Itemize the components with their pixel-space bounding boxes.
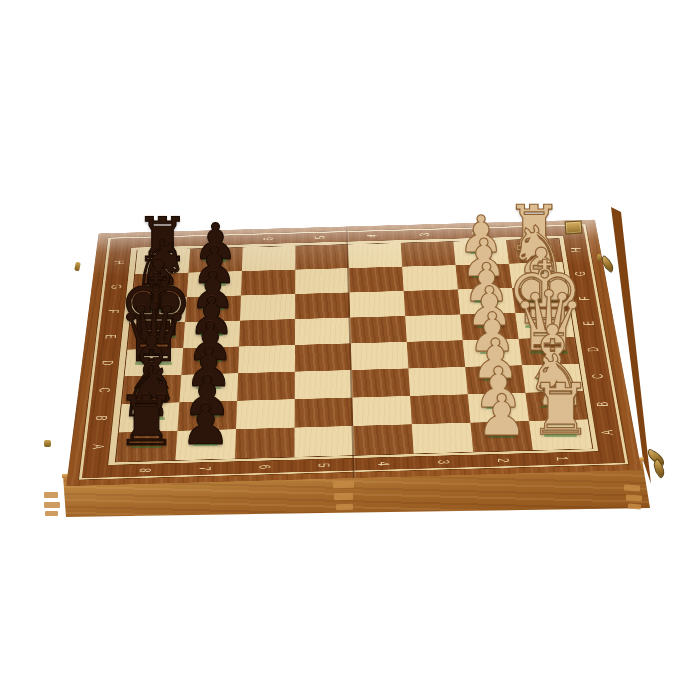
square-b3[interactable] xyxy=(410,394,470,424)
rank-label: 4 xyxy=(371,448,396,479)
square-g3[interactable] xyxy=(402,265,458,291)
rank-label: 4 xyxy=(362,224,384,248)
square-d4[interactable] xyxy=(351,342,409,370)
square-b4[interactable] xyxy=(352,396,411,426)
finger-joint xyxy=(336,504,353,510)
rank-label: 5 xyxy=(310,226,331,250)
brass-hinge-pin xyxy=(44,440,51,447)
square-g4[interactable] xyxy=(349,267,404,293)
rank-label: 3 xyxy=(430,447,456,478)
square-b5[interactable] xyxy=(295,398,354,428)
square-d6[interactable] xyxy=(238,345,295,373)
square-c5[interactable] xyxy=(295,370,353,399)
square-e3[interactable] xyxy=(405,314,462,341)
square-c4[interactable] xyxy=(352,368,410,397)
square-f4[interactable] xyxy=(349,291,405,318)
white-pawn-glyph: ♟ xyxy=(476,387,527,444)
finger-joint xyxy=(333,481,354,489)
square-g5[interactable] xyxy=(295,268,349,294)
square-f5[interactable] xyxy=(295,292,350,319)
square-e5[interactable] xyxy=(295,318,351,345)
finger-joint xyxy=(44,492,58,498)
piece-white-pawn-a2[interactable]: ♟ xyxy=(467,387,535,444)
square-c3[interactable] xyxy=(408,367,467,396)
finger-joint xyxy=(628,504,641,510)
finger-joint xyxy=(624,484,640,491)
square-e4[interactable] xyxy=(350,316,407,343)
square-g6[interactable] xyxy=(241,270,295,296)
rank-label: 2 xyxy=(489,445,516,476)
brass-brand-emblem xyxy=(565,220,583,234)
white-rook-glyph: ♜ xyxy=(529,374,593,445)
finger-joint xyxy=(626,494,642,501)
square-d5[interactable] xyxy=(295,343,352,371)
rank-label: 6 xyxy=(252,452,277,483)
black-pawn-glyph: ♟ xyxy=(181,397,231,453)
piece-black-rook-a8[interactable]: ♜ xyxy=(105,387,188,456)
product-photo-chess-set: 87654321 87654321 HGFEDCBA HGFEDCBA ♜♟♟♜… xyxy=(0,0,700,700)
finger-joint xyxy=(334,493,353,500)
rank-label: 7 xyxy=(191,453,217,484)
brass-hinge-pin xyxy=(74,262,81,272)
rank-label: 3 xyxy=(414,223,437,247)
rank-label: 6 xyxy=(258,227,279,251)
black-rook-glyph: ♜ xyxy=(116,387,178,456)
square-f6[interactable] xyxy=(240,294,295,321)
finger-joint xyxy=(45,511,58,516)
brass-clasp-right-edge xyxy=(597,252,621,280)
finger-joint xyxy=(44,502,60,508)
brass-clasp-corner xyxy=(640,450,672,480)
rank-label: 5 xyxy=(312,450,336,481)
square-b6[interactable] xyxy=(236,399,295,429)
square-d3[interactable] xyxy=(407,340,465,368)
square-e6[interactable] xyxy=(239,319,295,346)
square-c6[interactable] xyxy=(237,372,295,401)
square-f3[interactable] xyxy=(404,289,461,316)
